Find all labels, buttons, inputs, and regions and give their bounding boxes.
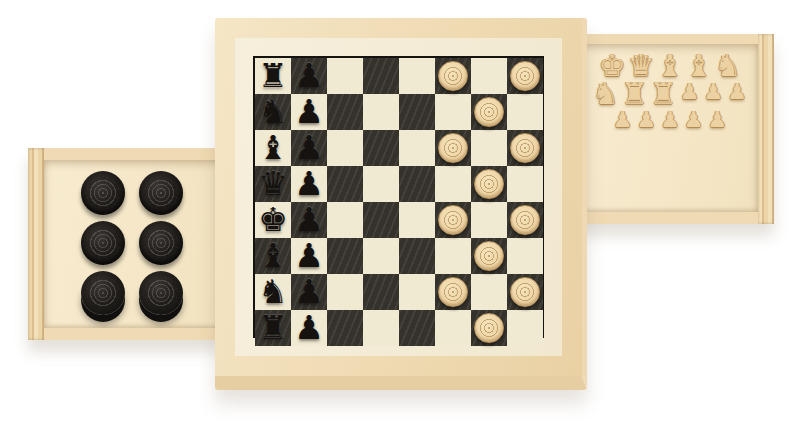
square-e3[interactable]: [399, 238, 435, 274]
black-pawn[interactable]: ♟: [294, 166, 324, 202]
wood-rook[interactable]: ♜: [621, 78, 648, 110]
black-bishop[interactable]: ♝: [258, 130, 288, 166]
black-pawn[interactable]: ♟: [294, 274, 324, 310]
square-d8[interactable]: [363, 58, 399, 94]
square-e2[interactable]: [399, 274, 435, 310]
product-photo-scene: ♚♛♝♝♞♞♜♜♟♟♟♟♟♟♟♟ ♜♟♞♟♝♟♛♟♚♟♝♟♞♟♜♟: [0, 0, 800, 430]
square-a3[interactable]: ♝: [255, 238, 291, 274]
black-pawn[interactable]: ♟: [294, 130, 324, 166]
square-f1[interactable]: [435, 310, 471, 346]
wood-pawn[interactable]: ♟: [680, 80, 700, 108]
square-d4[interactable]: [363, 202, 399, 238]
black-queen[interactable]: ♛: [258, 166, 288, 202]
wood-pawn[interactable]: ♟: [727, 80, 747, 108]
black-checker-disc[interactable]: [81, 171, 125, 215]
square-h2[interactable]: [507, 274, 543, 310]
square-f7[interactable]: [435, 94, 471, 130]
square-h1[interactable]: [507, 310, 543, 346]
black-bishop[interactable]: ♝: [258, 238, 288, 274]
square-g3[interactable]: [471, 238, 507, 274]
black-checker-disc[interactable]: [139, 271, 183, 315]
light-checker-man[interactable]: [474, 241, 504, 271]
light-checker-man[interactable]: [510, 205, 540, 235]
square-e4[interactable]: [399, 202, 435, 238]
square-d1[interactable]: [363, 310, 399, 346]
square-c2[interactable]: [327, 274, 363, 310]
square-f4[interactable]: [435, 202, 471, 238]
square-b3[interactable]: ♟: [291, 238, 327, 274]
black-king[interactable]: ♚: [258, 202, 288, 238]
square-a7[interactable]: ♞: [255, 94, 291, 130]
square-c5[interactable]: [327, 166, 363, 202]
black-pawn[interactable]: ♟: [294, 238, 324, 274]
square-c3[interactable]: [327, 238, 363, 274]
square-h4[interactable]: [507, 202, 543, 238]
square-b5[interactable]: ♟: [291, 166, 327, 202]
square-g6[interactable]: [471, 130, 507, 166]
black-pawn[interactable]: ♟: [294, 310, 324, 346]
chessboard-grid: ♜♟♞♟♝♟♛♟♚♟♝♟♞♟♜♟: [255, 58, 543, 346]
square-d5[interactable]: [363, 166, 399, 202]
square-a4[interactable]: ♚: [255, 202, 291, 238]
square-h7[interactable]: [507, 94, 543, 130]
wood-knight[interactable]: ♞: [592, 78, 619, 110]
square-e7[interactable]: [399, 94, 435, 130]
square-c6[interactable]: [327, 130, 363, 166]
square-c8[interactable]: [327, 58, 363, 94]
square-f2[interactable]: [435, 274, 471, 310]
square-d7[interactable]: [363, 94, 399, 130]
light-checker-man[interactable]: [474, 97, 504, 127]
board-sheet: ♜♟♞♟♝♟♛♟♚♟♝♟♞♟♜♟: [235, 38, 562, 356]
square-h5[interactable]: [507, 166, 543, 202]
game-box: ♜♟♞♟♝♟♛♟♚♟♝♟♞♟♜♟: [215, 18, 587, 390]
black-rook[interactable]: ♜: [258, 310, 288, 346]
square-g5[interactable]: [471, 166, 507, 202]
light-checker-man[interactable]: [438, 277, 468, 307]
square-e5[interactable]: [399, 166, 435, 202]
left-drawer[interactable]: [28, 148, 224, 340]
square-e6[interactable]: [399, 130, 435, 166]
square-g2[interactable]: [471, 274, 507, 310]
square-a6[interactable]: ♝: [255, 130, 291, 166]
light-checker-man[interactable]: [510, 61, 540, 91]
wood-bishop[interactable]: ♝: [685, 50, 712, 82]
square-a8[interactable]: ♜: [255, 58, 291, 94]
wood-pawn[interactable]: ♟: [636, 108, 656, 132]
square-h3[interactable]: [507, 238, 543, 274]
light-checker-man[interactable]: [510, 133, 540, 163]
black-checker-disc[interactable]: [81, 221, 125, 265]
wood-pawn[interactable]: ♟: [708, 108, 728, 132]
square-h8[interactable]: [507, 58, 543, 94]
square-g1[interactable]: [471, 310, 507, 346]
square-h6[interactable]: [507, 130, 543, 166]
square-b2[interactable]: ♟: [291, 274, 327, 310]
square-g4[interactable]: [471, 202, 507, 238]
square-a1[interactable]: ♜: [255, 310, 291, 346]
wood-rook[interactable]: ♜: [650, 78, 677, 110]
square-e8[interactable]: [399, 58, 435, 94]
square-d3[interactable]: [363, 238, 399, 274]
light-checker-man[interactable]: [510, 277, 540, 307]
square-b1[interactable]: ♟: [291, 310, 327, 346]
square-f6[interactable]: [435, 130, 471, 166]
black-checker-disc[interactable]: [81, 271, 125, 315]
square-d6[interactable]: [363, 130, 399, 166]
square-a2[interactable]: ♞: [255, 274, 291, 310]
wood-pawn[interactable]: ♟: [703, 80, 723, 108]
black-pawn[interactable]: ♟: [294, 202, 324, 238]
square-g8[interactable]: [471, 58, 507, 94]
square-c4[interactable]: [327, 202, 363, 238]
right-drawer-tray: ♚♛♝♝♞♞♜♜♟♟♟♟♟♟♟♟: [582, 44, 758, 212]
square-b6[interactable]: ♟: [291, 130, 327, 166]
square-f5[interactable]: [435, 166, 471, 202]
light-checker-man[interactable]: [474, 169, 504, 199]
square-c7[interactable]: [327, 94, 363, 130]
light-checker-man[interactable]: [438, 205, 468, 235]
square-f8[interactable]: [435, 58, 471, 94]
black-checker-disc[interactable]: [139, 171, 183, 215]
light-checker-man[interactable]: [438, 61, 468, 91]
black-knight[interactable]: ♞: [258, 274, 288, 310]
black-rook[interactable]: ♜: [258, 58, 288, 94]
square-e1[interactable]: [399, 310, 435, 346]
black-knight[interactable]: ♞: [258, 94, 288, 130]
square-b8[interactable]: ♟: [291, 58, 327, 94]
right-drawer-front-panel: [758, 34, 774, 224]
square-f3[interactable]: [435, 238, 471, 274]
square-g7[interactable]: [471, 94, 507, 130]
square-b7[interactable]: ♟: [291, 94, 327, 130]
square-d2[interactable]: [363, 274, 399, 310]
left-drawer-front-panel: [28, 148, 44, 340]
square-c1[interactable]: [327, 310, 363, 346]
light-checker-man[interactable]: [474, 313, 504, 343]
black-pawn[interactable]: ♟: [294, 94, 324, 130]
wood-pawn[interactable]: ♟: [660, 108, 680, 132]
right-drawer[interactable]: ♚♛♝♝♞♞♜♜♟♟♟♟♟♟♟♟: [578, 34, 774, 224]
left-drawer-tray: [44, 160, 220, 328]
light-checker-man[interactable]: [438, 133, 468, 163]
board-border-line: ♜♟♞♟♝♟♛♟♚♟♝♟♞♟♜♟: [253, 56, 544, 338]
square-a5[interactable]: ♛: [255, 166, 291, 202]
black-pawn[interactable]: ♟: [294, 58, 324, 94]
wood-pawn[interactable]: ♟: [684, 108, 704, 132]
black-checker-disc[interactable]: [139, 221, 183, 265]
wood-knight[interactable]: ♞: [714, 50, 741, 82]
wood-pawn[interactable]: ♟: [613, 108, 633, 132]
square-b4[interactable]: ♟: [291, 202, 327, 238]
